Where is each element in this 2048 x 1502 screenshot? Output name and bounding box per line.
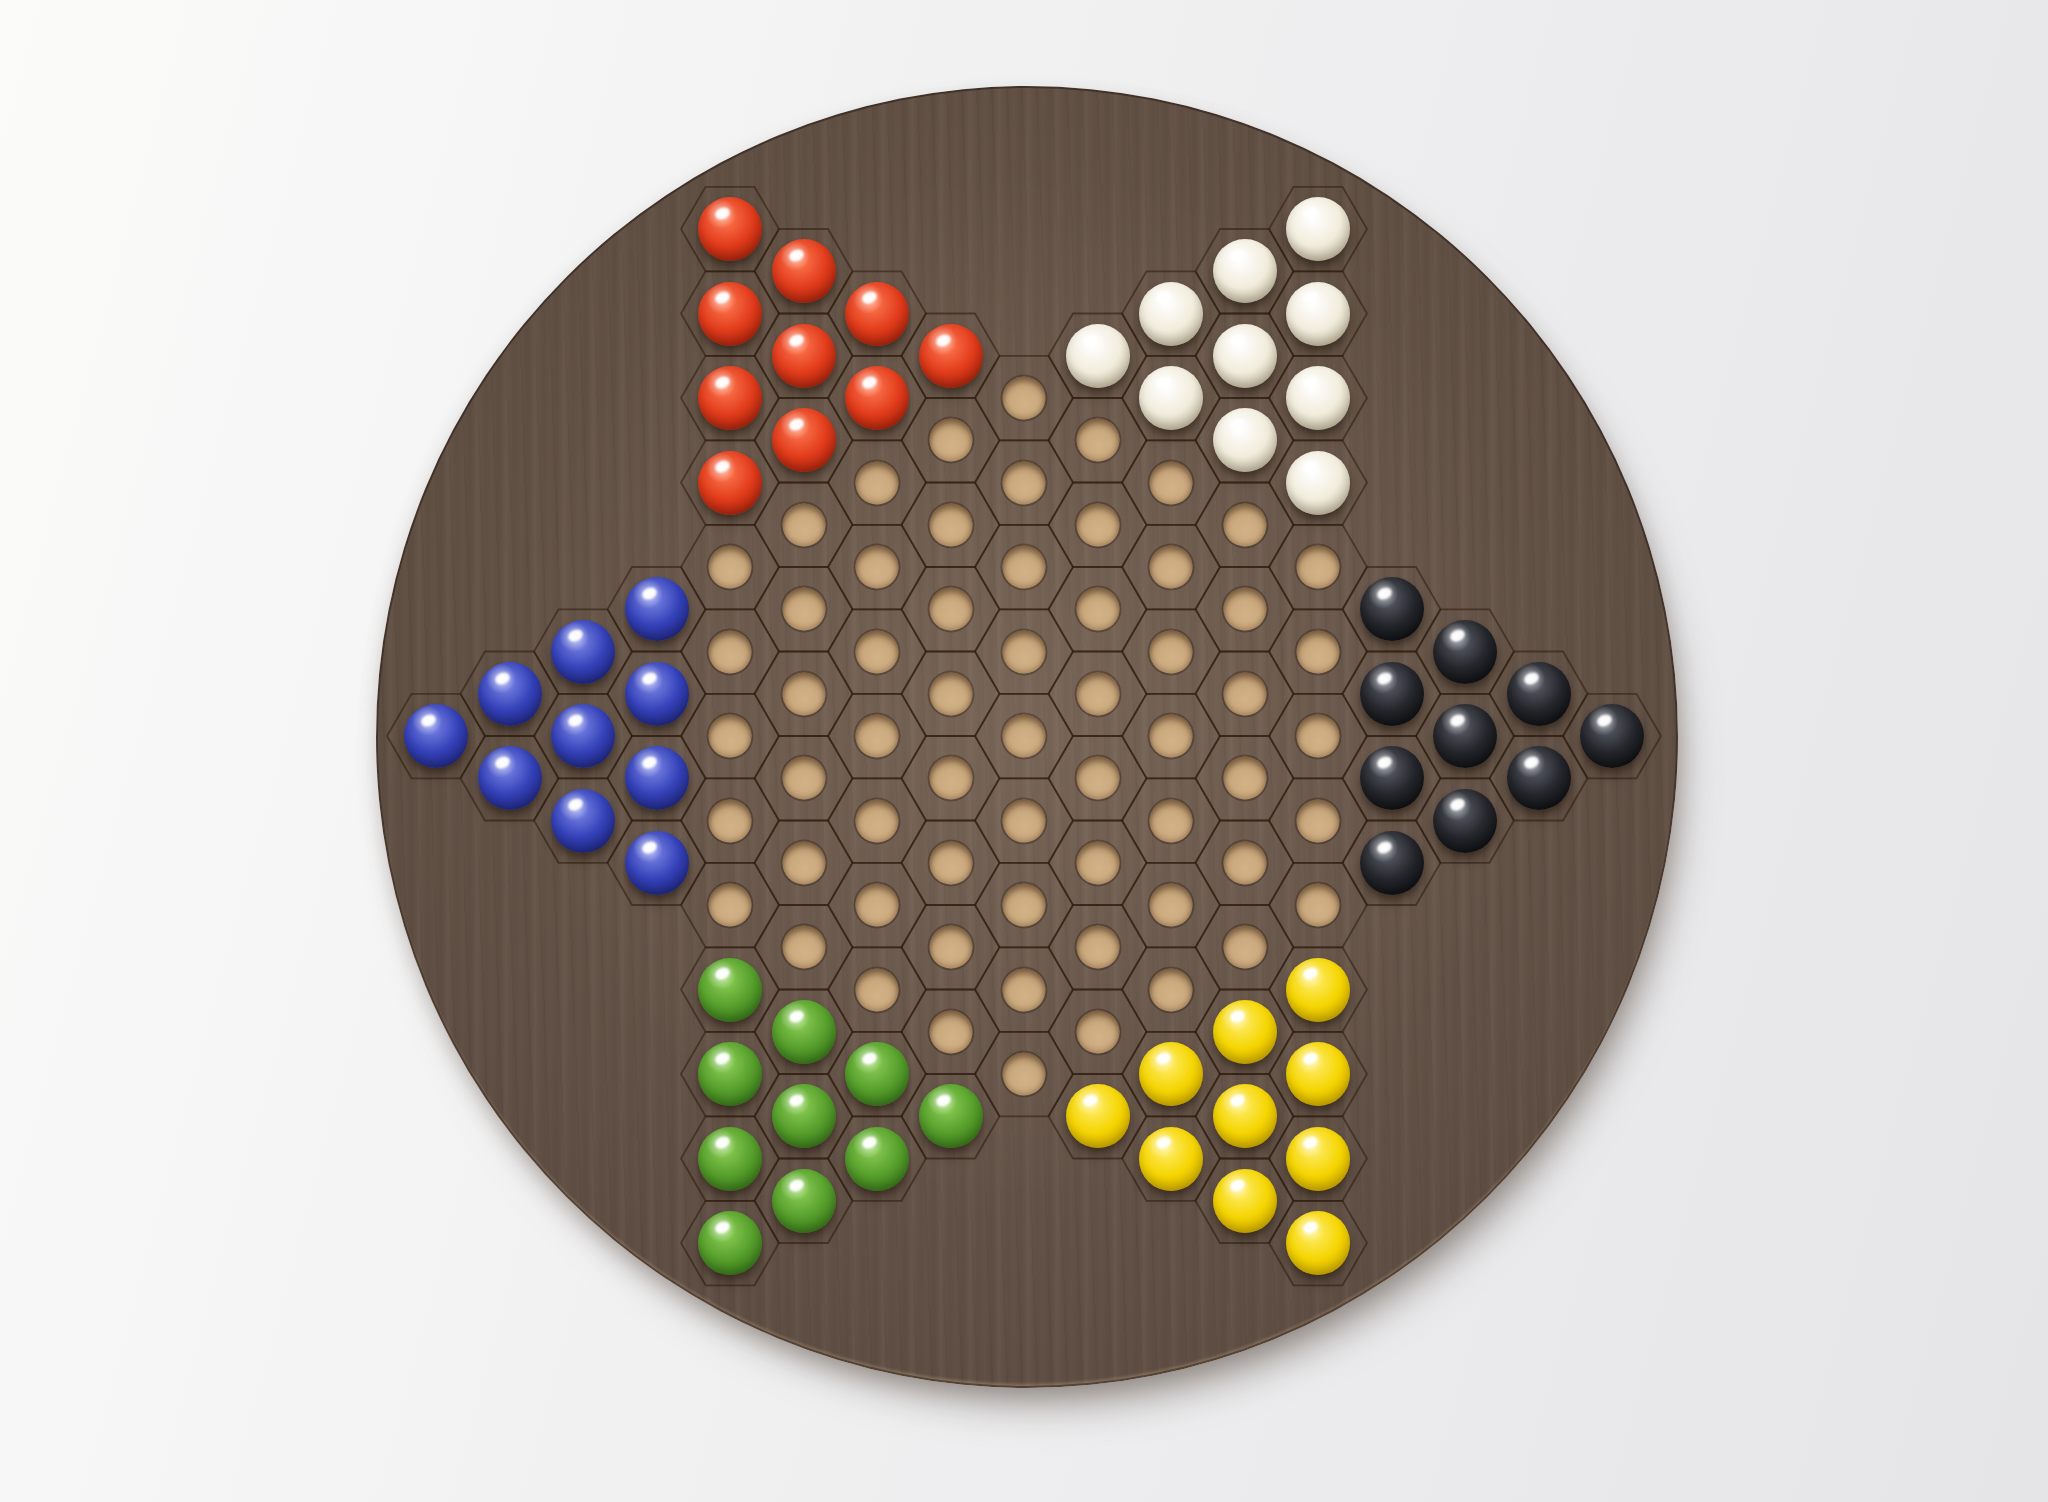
empty-hole[interactable] [929,757,972,800]
marble-red[interactable] [698,282,762,346]
empty-hole[interactable] [709,799,752,842]
empty-hole[interactable] [1003,377,1046,420]
marble-white[interactable] [1213,408,1277,472]
empty-hole[interactable] [929,503,972,546]
empty-hole[interactable] [782,503,825,546]
empty-hole[interactable] [929,419,972,462]
marble-red[interactable] [919,324,983,388]
marble-green[interactable] [919,1084,983,1148]
marble-white[interactable] [1213,324,1277,388]
empty-hole[interactable] [1297,799,1340,842]
empty-hole[interactable] [1076,841,1119,884]
marble-yellow[interactable] [1286,1042,1350,1106]
empty-hole[interactable] [1003,630,1046,673]
marble-red[interactable] [698,451,762,515]
marble-green[interactable] [845,1042,909,1106]
empty-hole[interactable] [1076,503,1119,546]
marble-yellow[interactable] [1139,1042,1203,1106]
empty-hole[interactable] [856,968,899,1011]
empty-hole[interactable] [856,546,899,589]
empty-hole[interactable] [1076,588,1119,631]
photo-background [0,0,2048,1502]
marble-blue[interactable] [478,746,542,810]
marble-yellow[interactable] [1213,1169,1277,1233]
marble-yellow[interactable] [1286,1211,1350,1275]
empty-hole[interactable] [1003,546,1046,589]
empty-hole[interactable] [1076,1010,1119,1053]
empty-hole[interactable] [929,841,972,884]
marble-black[interactable] [1360,662,1424,726]
marble-black[interactable] [1507,746,1571,810]
marble-black[interactable] [1433,789,1497,853]
empty-hole[interactable] [1223,672,1266,715]
empty-hole[interactable] [929,926,972,969]
marble-black[interactable] [1360,831,1424,895]
marble-red[interactable] [772,239,836,303]
marble-white[interactable] [1286,197,1350,261]
marble-blue[interactable] [625,662,689,726]
marble-green[interactable] [698,1042,762,1106]
empty-hole[interactable] [856,884,899,927]
empty-hole[interactable] [1003,1053,1046,1096]
marble-yellow[interactable] [1213,1000,1277,1064]
marble-white[interactable] [1066,324,1130,388]
empty-hole[interactable] [1150,884,1193,927]
empty-hole[interactable] [1003,884,1046,927]
empty-hole[interactable] [1150,546,1193,589]
empty-hole[interactable] [856,630,899,673]
marble-blue[interactable] [625,831,689,895]
marble-yellow[interactable] [1066,1084,1130,1148]
empty-hole[interactable] [709,715,752,758]
marble-red[interactable] [772,408,836,472]
empty-hole[interactable] [782,841,825,884]
marble-white[interactable] [1286,282,1350,346]
empty-hole[interactable] [1223,757,1266,800]
marble-blue[interactable] [551,620,615,684]
marble-yellow[interactable] [1213,1084,1277,1148]
marble-black[interactable] [1507,662,1571,726]
empty-hole[interactable] [1076,419,1119,462]
marble-green[interactable] [772,1000,836,1064]
marble-green[interactable] [698,1127,762,1191]
marble-red[interactable] [698,366,762,430]
empty-hole[interactable] [1223,503,1266,546]
marble-black[interactable] [1433,704,1497,768]
marble-red[interactable] [772,324,836,388]
marble-yellow[interactable] [1139,1127,1203,1191]
empty-hole[interactable] [929,1010,972,1053]
marble-yellow[interactable] [1286,958,1350,1022]
marble-red[interactable] [845,282,909,346]
marble-white[interactable] [1213,239,1277,303]
empty-hole[interactable] [709,630,752,673]
marble-white[interactable] [1286,366,1350,430]
empty-hole[interactable] [856,461,899,504]
marble-black[interactable] [1360,577,1424,641]
empty-hole[interactable] [1297,630,1340,673]
empty-hole[interactable] [1297,546,1340,589]
empty-hole[interactable] [856,799,899,842]
marble-blue[interactable] [625,746,689,810]
empty-hole[interactable] [1297,884,1340,927]
marble-green[interactable] [845,1127,909,1191]
marble-red[interactable] [845,366,909,430]
empty-hole[interactable] [1003,715,1046,758]
empty-hole[interactable] [1003,968,1046,1011]
empty-hole[interactable] [1076,757,1119,800]
marble-blue[interactable] [625,577,689,641]
empty-hole[interactable] [1223,588,1266,631]
marble-blue[interactable] [404,704,468,768]
empty-hole[interactable] [1003,461,1046,504]
empty-hole[interactable] [709,546,752,589]
empty-hole[interactable] [782,926,825,969]
marble-blue[interactable] [551,704,615,768]
marble-black[interactable] [1433,620,1497,684]
empty-hole[interactable] [856,715,899,758]
empty-hole[interactable] [1297,715,1340,758]
marble-blue[interactable] [478,662,542,726]
empty-hole[interactable] [1150,630,1193,673]
empty-hole[interactable] [1223,841,1266,884]
empty-hole[interactable] [929,672,972,715]
marble-green[interactable] [772,1169,836,1233]
empty-hole[interactable] [1150,968,1193,1011]
empty-hole[interactable] [1003,799,1046,842]
empty-hole[interactable] [782,757,825,800]
empty-hole[interactable] [1150,799,1193,842]
empty-hole[interactable] [1150,715,1193,758]
empty-hole[interactable] [1223,926,1266,969]
marble-blue[interactable] [551,789,615,853]
marble-black[interactable] [1580,704,1644,768]
empty-hole[interactable] [1076,672,1119,715]
empty-hole[interactable] [782,588,825,631]
marble-green[interactable] [772,1084,836,1148]
marble-yellow[interactable] [1286,1127,1350,1191]
empty-hole[interactable] [782,672,825,715]
marble-black[interactable] [1360,746,1424,810]
marble-red[interactable] [698,197,762,261]
marble-white[interactable] [1139,282,1203,346]
empty-hole[interactable] [1150,461,1193,504]
marble-green[interactable] [698,1211,762,1275]
empty-hole[interactable] [929,588,972,631]
empty-hole[interactable] [1076,926,1119,969]
marble-green[interactable] [698,958,762,1022]
marble-white[interactable] [1286,451,1350,515]
empty-hole[interactable] [709,884,752,927]
marble-white[interactable] [1139,366,1203,430]
